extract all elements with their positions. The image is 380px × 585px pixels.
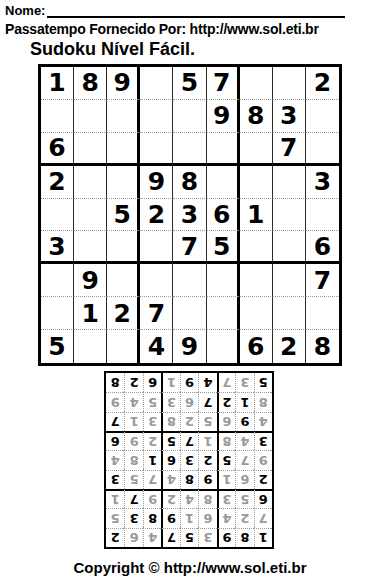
solution-cell-r6c9: 6: [106, 431, 124, 450]
solution-cell-r8c8: 4: [124, 392, 142, 411]
sudoku-cell-r4c8: [273, 166, 306, 199]
solution-cell-r5c5: 3: [180, 450, 198, 469]
sudoku-cell-r8c1: [41, 297, 74, 330]
sudoku-cell-r9c1: 5: [41, 330, 74, 363]
solution-cell-r7c9: 7: [106, 412, 124, 431]
sudoku-cell-r2c6: 9: [207, 100, 240, 133]
sudoku-cell-r1c8: [273, 67, 306, 100]
sudoku-cell-r8c7: [240, 297, 273, 330]
sudoku-cell-r4c3: [107, 166, 140, 199]
sudoku-cell-r6c8: [273, 231, 306, 264]
sudoku-cell-r7c2: 9: [74, 264, 107, 297]
solution-cell-r2c3: 4: [217, 508, 235, 527]
solution-cell-r7c5: 2: [180, 412, 198, 431]
solution-cell-r4c9: 3: [106, 470, 124, 489]
solution-cell-r3c9: 1: [106, 489, 124, 508]
solution-cell-r6c6: 5: [161, 431, 179, 450]
sudoku-cell-r6c1: 3: [41, 231, 74, 264]
sudoku-cell-r3c9: [306, 133, 339, 166]
solution-cell-r8c3: 2: [217, 392, 235, 411]
solution-cell-r6c2: 4: [235, 431, 253, 450]
sudoku-cell-r4c5: 8: [173, 166, 206, 199]
sudoku-cell-r6c4: [140, 231, 173, 264]
name-field-row: Nome:: [5, 2, 345, 18]
sudoku-cell-r5c4: 2: [140, 199, 173, 232]
sudoku-cell-r1c7: [240, 67, 273, 100]
sudoku-cell-r2c1: [41, 100, 74, 133]
sudoku-cell-r2c7: 8: [240, 100, 273, 133]
sudoku-cell-r8c8: [273, 297, 306, 330]
solution-cell-r2c9: 5: [106, 508, 124, 527]
solution-cell-r3c4: 8: [198, 489, 216, 508]
sudoku-cell-r9c4: 4: [140, 330, 173, 363]
solution-cell-r7c4: 5: [198, 412, 216, 431]
solution-cell-r4c1: 2: [254, 470, 272, 489]
solution-cell-r4c5: 8: [180, 470, 198, 489]
solution-cell-r2c5: 1: [180, 508, 198, 527]
sudoku-cell-r9c6: [207, 330, 240, 363]
solution-cell-r4c7: 7: [143, 470, 161, 489]
solution-cell-r9c4: 4: [198, 373, 216, 392]
sudoku-cell-r2c5: [173, 100, 206, 133]
sudoku-cell-r4c7: [240, 166, 273, 199]
solution-cell-r6c3: 8: [217, 431, 235, 450]
sudoku-cell-r8c2: 1: [74, 297, 107, 330]
sudoku-cell-r1c3: 9: [107, 67, 140, 100]
solution-cell-r1c6: 7: [161, 528, 179, 547]
solution-cell-r5c9: 4: [106, 450, 124, 469]
sudoku-cell-r2c3: [107, 100, 140, 133]
solution-cell-r8c1: 8: [254, 392, 272, 411]
solution-cell-r8c4: 7: [198, 392, 216, 411]
solution-cell-r9c3: 7: [217, 373, 235, 392]
solution-cell-r9c5: 9: [180, 373, 198, 392]
solution-cell-r5c7: 1: [143, 450, 161, 469]
solution-cell-r6c5: 7: [180, 431, 198, 450]
sudoku-cell-r7c4: [140, 264, 173, 297]
solution-cell-r8c7: 5: [143, 392, 161, 411]
sudoku-cell-r5c8: [273, 199, 306, 232]
sudoku-cell-r1c5: 5: [173, 67, 206, 100]
solution-cell-r6c1: 3: [254, 431, 272, 450]
solution-cell-r6c4: 1: [198, 431, 216, 450]
solution-cell-r7c2: 9: [235, 412, 253, 431]
solution-cell-r5c1: 9: [254, 450, 272, 469]
sudoku-cell-r3c6: [207, 133, 240, 166]
main-sudoku-grid: 18957298367298352361375697127549628: [38, 64, 342, 366]
sudoku-cell-r5c9: [306, 199, 339, 232]
page-title: Sudoku Nível Fácil.: [30, 39, 195, 60]
solution-cell-r9c1: 5: [254, 373, 272, 392]
solution-cell-r8c6: 3: [161, 392, 179, 411]
name-blank-line: [47, 2, 345, 18]
solution-cell-r2c1: 7: [254, 508, 272, 527]
sudoku-cell-r9c3: [107, 330, 140, 363]
sudoku-cell-r6c5: 7: [173, 231, 206, 264]
solution-cell-r3c7: 9: [143, 489, 161, 508]
sudoku-cell-r1c2: 8: [74, 67, 107, 100]
solution-cell-r5c6: 6: [161, 450, 179, 469]
sudoku-cell-r4c2: [74, 166, 107, 199]
solution-cell-r7c3: 6: [217, 412, 235, 431]
sudoku-cell-r3c3: [107, 133, 140, 166]
solution-cell-r8c5: 6: [180, 392, 198, 411]
solution-cell-r8c9: 9: [106, 392, 124, 411]
copyright-line: Copyright © http://www.sol.eti.br: [0, 559, 380, 576]
solution-cell-r4c2: 6: [235, 470, 253, 489]
solution-cell-r7c7: 3: [143, 412, 161, 431]
sudoku-cell-r6c7: [240, 231, 273, 264]
sudoku-cell-r3c1: 6: [41, 133, 74, 166]
sudoku-cell-r4c6: [207, 166, 240, 199]
solution-cell-r9c6: 1: [161, 373, 179, 392]
solution-cell-r2c8: 3: [124, 508, 142, 527]
sudoku-cell-r9c5: 9: [173, 330, 206, 363]
sudoku-cell-r4c9: 3: [306, 166, 339, 199]
sudoku-cell-r6c2: [74, 231, 107, 264]
solution-cell-r7c8: 1: [124, 412, 142, 431]
solution-cell-r4c3: 1: [217, 470, 235, 489]
sudoku-cell-r7c9: 7: [306, 264, 339, 297]
solution-cell-r2c4: 6: [198, 508, 216, 527]
solution-cell-r4c8: 5: [124, 470, 142, 489]
solution-cell-r1c5: 5: [180, 528, 198, 547]
sudoku-cell-r9c9: 8: [306, 330, 339, 363]
solution-cell-r6c7: 2: [143, 431, 161, 450]
solution-cell-r8c2: 1: [235, 392, 253, 411]
solution-cell-r3c6: 2: [161, 489, 179, 508]
sudoku-cell-r8c6: [207, 297, 240, 330]
solution-cell-r3c1: 6: [254, 489, 272, 508]
sudoku-cell-r6c6: 5: [207, 231, 240, 264]
solution-cell-r5c8: 8: [124, 450, 142, 469]
sudoku-cell-r8c9: [306, 297, 339, 330]
sudoku-cell-r1c9: 2: [306, 67, 339, 100]
solution-cell-r9c8: 2: [124, 373, 142, 392]
solution-cell-r9c7: 6: [143, 373, 161, 392]
sudoku-cell-r9c7: 6: [240, 330, 273, 363]
sudoku-cell-r8c4: 7: [140, 297, 173, 330]
sudoku-cell-r5c5: 3: [173, 199, 206, 232]
solution-cell-r5c4: 2: [198, 450, 216, 469]
sudoku-cell-r7c7: [240, 264, 273, 297]
sudoku-cell-r3c5: [173, 133, 206, 166]
solution-cell-r6c8: 9: [124, 431, 142, 450]
solution-cell-r3c2: 5: [235, 489, 253, 508]
sudoku-cell-r2c4: [140, 100, 173, 133]
solution-cell-r1c7: 4: [143, 528, 161, 547]
sudoku-cell-r5c7: 1: [240, 199, 273, 232]
solution-cell-r4c4: 9: [198, 470, 216, 489]
sudoku-cell-r2c9: [306, 100, 339, 133]
sudoku-cell-r8c3: 2: [107, 297, 140, 330]
sudoku-cell-r7c6: [207, 264, 240, 297]
sudoku-cell-r2c8: 3: [273, 100, 306, 133]
sudoku-cell-r5c6: 6: [207, 199, 240, 232]
solution-cell-r4c6: 4: [161, 470, 179, 489]
solution-grid: 1893574627246198356538429712619847539752…: [104, 371, 274, 549]
sudoku-cell-r1c4: [140, 67, 173, 100]
sudoku-cell-r4c4: 9: [140, 166, 173, 199]
solution-cell-r2c7: 8: [143, 508, 161, 527]
solution-cell-r5c2: 7: [235, 450, 253, 469]
solution-cell-r9c2: 3: [235, 373, 253, 392]
solution-cell-r2c6: 9: [161, 508, 179, 527]
provider-line: Passatempo Fornecido Por: http://www.sol…: [5, 21, 319, 37]
solution-cell-r1c4: 3: [198, 528, 216, 547]
solution-cell-r3c5: 4: [180, 489, 198, 508]
solution-cell-r1c3: 9: [217, 528, 235, 547]
sudoku-cell-r8c5: [173, 297, 206, 330]
name-label: Nome:: [5, 3, 45, 18]
solution-cell-r1c2: 8: [235, 528, 253, 547]
solution-cell-r2c2: 2: [235, 508, 253, 527]
solution-cell-r9c9: 8: [106, 373, 124, 392]
solution-cell-r1c9: 2: [106, 528, 124, 547]
sudoku-cell-r5c3: 5: [107, 199, 140, 232]
sudoku-cell-r7c3: [107, 264, 140, 297]
sudoku-cell-r7c8: [273, 264, 306, 297]
sudoku-cell-r5c2: [74, 199, 107, 232]
sudoku-cell-r3c8: 7: [273, 133, 306, 166]
solution-cell-r5c3: 5: [217, 450, 235, 469]
sudoku-cell-r1c6: 7: [207, 67, 240, 100]
sudoku-cell-r2c2: [74, 100, 107, 133]
sudoku-cell-r7c1: [41, 264, 74, 297]
sudoku-cell-r4c1: 2: [41, 166, 74, 199]
sudoku-cell-r6c9: 6: [306, 231, 339, 264]
sudoku-cell-r3c4: [140, 133, 173, 166]
solution-cell-r7c6: 8: [161, 412, 179, 431]
solution-cell-r7c1: 4: [254, 412, 272, 431]
sudoku-cell-r5c1: [41, 199, 74, 232]
sudoku-cell-r9c8: 2: [273, 330, 306, 363]
solution-cell-r3c8: 7: [124, 489, 142, 508]
sudoku-cell-r7c5: [173, 264, 206, 297]
sudoku-cell-r9c2: [74, 330, 107, 363]
sudoku-cell-r3c2: [74, 133, 107, 166]
sudoku-cell-r6c3: [107, 231, 140, 264]
sudoku-cell-r1c1: 1: [41, 67, 74, 100]
sudoku-cell-r3c7: [240, 133, 273, 166]
solution-cell-r3c3: 3: [217, 489, 235, 508]
solution-cell-r1c8: 6: [124, 528, 142, 547]
solution-cell-r1c1: 1: [254, 528, 272, 547]
